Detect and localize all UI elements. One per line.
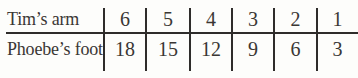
column-divider <box>316 8 318 71</box>
row-label-phoebes-foot: Phoebe’s foot <box>0 36 104 62</box>
table-cell: 1 <box>317 6 358 32</box>
column-divider <box>103 8 105 71</box>
table-cell: 6 <box>274 36 317 62</box>
table-cell: 9 <box>232 36 274 62</box>
table-cell: 18 <box>104 36 146 62</box>
column-divider <box>231 8 233 71</box>
table-cell: 15 <box>146 36 190 62</box>
table-cell: 4 <box>190 6 232 32</box>
column-divider <box>189 8 191 71</box>
row-label-tims-arm: Tim’s arm <box>0 6 104 32</box>
table-cell: 6 <box>104 6 146 32</box>
ratio-table: Tim’s arm 6 5 4 3 2 1 Phoebe’s foot 18 1… <box>0 0 358 78</box>
table-cell: 3 <box>317 36 358 62</box>
table-cell: 3 <box>232 6 274 32</box>
table-row-phoebes-foot: Phoebe’s foot 18 15 12 9 6 3 <box>0 36 358 62</box>
column-divider <box>273 8 275 71</box>
column-divider <box>145 8 147 71</box>
table-cell: 12 <box>190 36 232 62</box>
table-cell: 5 <box>146 6 190 32</box>
table-row-tims-arm: Tim’s arm 6 5 4 3 2 1 <box>0 6 358 32</box>
row-divider <box>6 32 358 34</box>
table-cell: 2 <box>274 6 317 32</box>
